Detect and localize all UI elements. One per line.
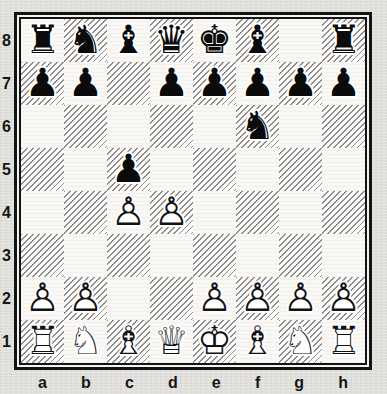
square-d4[interactable]: ♟♙	[150, 191, 193, 234]
file-label-e: e	[195, 372, 238, 393]
square-d8[interactable]: ♛	[150, 19, 193, 62]
square-f6[interactable]: ♞	[236, 105, 279, 148]
square-c6[interactable]	[107, 105, 150, 148]
piece-white-knight[interactable]: ♞♘	[279, 320, 322, 363]
square-c2[interactable]	[107, 277, 150, 320]
piece-white-queen[interactable]: ♛♕	[150, 320, 193, 363]
square-h1[interactable]: ♜♖	[322, 320, 365, 363]
rank-label-1: 1	[0, 320, 13, 363]
square-g1[interactable]: ♞♘	[279, 320, 322, 363]
square-c5[interactable]: ♟	[107, 148, 150, 191]
piece-white-rook[interactable]: ♜♖	[21, 320, 64, 363]
square-g6[interactable]	[279, 105, 322, 148]
piece-outline-layer: ♖	[21, 320, 64, 363]
square-h5[interactable]	[322, 148, 365, 191]
square-d1[interactable]: ♛♕	[150, 320, 193, 363]
piece-black-king[interactable]: ♚	[193, 19, 236, 62]
square-g7[interactable]: ♟	[279, 62, 322, 105]
piece-black-pawn[interactable]: ♟	[107, 148, 150, 191]
square-a1[interactable]: ♜♖	[21, 320, 64, 363]
square-e8[interactable]: ♚	[193, 19, 236, 62]
chess-board-inner-border: ♜♞♝♛♚♝♜♟♟♟♟♟♟♟♞♟♟♙♟♙♟♙♟♙♟♙♟♙♟♙♟♙♜♖♞♘♝♗♛♕…	[19, 17, 367, 365]
piece-black-pawn[interactable]: ♟	[279, 62, 322, 105]
piece-white-pawn[interactable]: ♟♙	[64, 277, 107, 320]
piece-outline-layer: ♔	[193, 320, 236, 363]
square-e3[interactable]	[193, 234, 236, 277]
file-label-h: h	[321, 372, 365, 393]
piece-black-rook[interactable]: ♜	[322, 19, 365, 62]
piece-outline-layer: ♘	[64, 320, 107, 363]
square-a8[interactable]: ♜	[21, 19, 64, 62]
square-f3[interactable]	[236, 234, 279, 277]
square-a6[interactable]	[21, 105, 64, 148]
square-a3[interactable]	[21, 234, 64, 277]
chess-board: ♜♞♝♛♚♝♜♟♟♟♟♟♟♟♞♟♟♙♟♙♟♙♟♙♟♙♟♙♟♙♟♙♜♖♞♘♝♗♛♕…	[21, 19, 365, 363]
piece-white-rook[interactable]: ♜♖	[322, 320, 365, 363]
piece-outline-layer: ♗	[107, 320, 150, 363]
square-g8[interactable]	[279, 19, 322, 62]
rank-label-5: 5	[0, 148, 13, 191]
square-a5[interactable]	[21, 148, 64, 191]
piece-outline-layer: ♙	[279, 277, 322, 320]
square-b1[interactable]: ♞♘	[64, 320, 107, 363]
piece-white-pawn[interactable]: ♟♙	[236, 277, 279, 320]
piece-outline-layer: ♙	[150, 191, 193, 234]
piece-white-knight[interactable]: ♞♘	[64, 320, 107, 363]
square-c3[interactable]	[107, 234, 150, 277]
piece-white-pawn[interactable]: ♟♙	[150, 191, 193, 234]
square-f1[interactable]: ♝♗	[236, 320, 279, 363]
square-f2[interactable]: ♟♙	[236, 277, 279, 320]
piece-black-bishop[interactable]: ♝	[236, 19, 279, 62]
square-c1[interactable]: ♝♗	[107, 320, 150, 363]
file-label-g: g	[277, 372, 321, 393]
piece-black-pawn[interactable]: ♟	[64, 62, 107, 105]
piece-black-queen[interactable]: ♛	[150, 19, 193, 62]
square-h7[interactable]: ♟	[322, 62, 365, 105]
rank-label-3: 3	[0, 234, 13, 277]
square-g5[interactable]	[279, 148, 322, 191]
square-b8[interactable]: ♞	[64, 19, 107, 62]
piece-white-bishop[interactable]: ♝♗	[107, 320, 150, 363]
square-b6[interactable]	[64, 105, 107, 148]
piece-outline-layer: ♖	[322, 320, 365, 363]
piece-outline-layer: ♙	[21, 277, 64, 320]
square-b3[interactable]	[64, 234, 107, 277]
square-h2[interactable]: ♟♙	[322, 277, 365, 320]
rank-label-7: 7	[0, 62, 13, 105]
piece-white-pawn[interactable]: ♟♙	[107, 191, 150, 234]
square-e1[interactable]: ♚♔	[193, 320, 236, 363]
rank-label-6: 6	[0, 105, 13, 148]
piece-black-knight[interactable]: ♞	[236, 105, 279, 148]
square-c8[interactable]: ♝	[107, 19, 150, 62]
square-e7[interactable]: ♟	[193, 62, 236, 105]
file-labels: a b c d e f g h	[21, 372, 365, 393]
square-d2[interactable]	[150, 277, 193, 320]
square-b5[interactable]	[64, 148, 107, 191]
square-a2[interactable]: ♟♙	[21, 277, 64, 320]
square-h3[interactable]	[322, 234, 365, 277]
piece-black-pawn[interactable]: ♟	[21, 62, 64, 105]
file-label-c: c	[108, 372, 151, 393]
piece-black-pawn[interactable]: ♟	[236, 62, 279, 105]
piece-outline-layer: ♙	[236, 277, 279, 320]
square-f7[interactable]: ♟	[236, 62, 279, 105]
file-label-a: a	[21, 372, 64, 393]
square-e5[interactable]	[193, 148, 236, 191]
piece-outline-layer: ♕	[150, 320, 193, 363]
square-b4[interactable]	[64, 191, 107, 234]
square-c7[interactable]	[107, 62, 150, 105]
square-g2[interactable]: ♟♙	[279, 277, 322, 320]
piece-white-king[interactable]: ♚♔	[193, 320, 236, 363]
rank-label-4: 4	[0, 191, 13, 234]
square-e6[interactable]	[193, 105, 236, 148]
square-b7[interactable]: ♟	[64, 62, 107, 105]
square-b2[interactable]: ♟♙	[64, 277, 107, 320]
square-f4[interactable]	[236, 191, 279, 234]
file-label-b: b	[64, 372, 108, 393]
square-e4[interactable]	[193, 191, 236, 234]
square-d3[interactable]	[150, 234, 193, 277]
square-a4[interactable]	[21, 191, 64, 234]
piece-outline-layer: ♙	[64, 277, 107, 320]
chess-diagram: 8 7 6 5 4 3 2 1 ♜♞♝♛♚♝♜♟♟♟♟♟♟♟♞♟♟♙♟♙♟♙♟♙…	[0, 0, 387, 394]
square-d6[interactable]	[150, 105, 193, 148]
square-h4[interactable]	[322, 191, 365, 234]
square-h8[interactable]: ♜	[322, 19, 365, 62]
square-f5[interactable]	[236, 148, 279, 191]
rank-label-2: 2	[0, 277, 13, 320]
piece-outline-layer: ♙	[322, 277, 365, 320]
piece-white-pawn[interactable]: ♟♙	[21, 277, 64, 320]
rank-labels: 8 7 6 5 4 3 2 1	[0, 19, 13, 363]
piece-outline-layer: ♘	[279, 320, 322, 363]
square-f8[interactable]: ♝	[236, 19, 279, 62]
piece-black-rook[interactable]: ♜	[21, 19, 64, 62]
square-g3[interactable]	[279, 234, 322, 277]
square-d5[interactable]	[150, 148, 193, 191]
square-a7[interactable]: ♟	[21, 62, 64, 105]
piece-black-bishop[interactable]: ♝	[107, 19, 150, 62]
file-label-d: d	[151, 372, 195, 393]
piece-outline-layer: ♙	[193, 277, 236, 320]
piece-black-pawn[interactable]: ♟	[150, 62, 193, 105]
square-d7[interactable]: ♟	[150, 62, 193, 105]
piece-white-pawn[interactable]: ♟♙	[279, 277, 322, 320]
piece-white-bishop[interactable]: ♝♗	[236, 320, 279, 363]
square-g4[interactable]	[279, 191, 322, 234]
piece-outline-layer: ♙	[107, 191, 150, 234]
piece-black-pawn[interactable]: ♟	[322, 62, 365, 105]
piece-outline-layer: ♗	[236, 320, 279, 363]
square-c4[interactable]: ♟♙	[107, 191, 150, 234]
rank-label-8: 8	[0, 19, 13, 62]
file-label-f: f	[238, 372, 277, 393]
chess-board-frame: ♜♞♝♛♚♝♜♟♟♟♟♟♟♟♞♟♟♙♟♙♟♙♟♙♟♙♟♙♟♙♟♙♜♖♞♘♝♗♛♕…	[14, 12, 372, 370]
square-h6[interactable]	[322, 105, 365, 148]
square-e2[interactable]: ♟♙	[193, 277, 236, 320]
piece-white-pawn[interactable]: ♟♙	[193, 277, 236, 320]
piece-white-pawn[interactable]: ♟♙	[322, 277, 365, 320]
piece-black-pawn[interactable]: ♟	[193, 62, 236, 105]
piece-black-knight[interactable]: ♞	[64, 19, 107, 62]
